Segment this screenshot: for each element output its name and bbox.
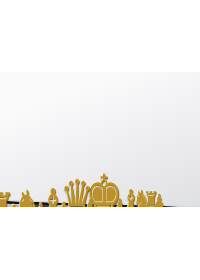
chess-set-photo: ♜♟♞♟♝♟♛♟♚♟♝♞♜♟♟♟♟♟ [0,72,200,207]
gold-pawn: ♟ [56,199,71,207]
gold-pawn: ♟ [5,202,23,207]
product-photo-page: ♜♟♞♟♝♟♛♟♚♟♝♞♜♟♟♟♟♟ [0,0,200,280]
piece-layer: ♜♟♞♟♝♟♛♟♚♟♝♞♜♟♟♟♟♟ [0,72,200,207]
gold-pawn: ♟ [33,200,50,207]
gold-pawn: ♟ [83,197,97,207]
